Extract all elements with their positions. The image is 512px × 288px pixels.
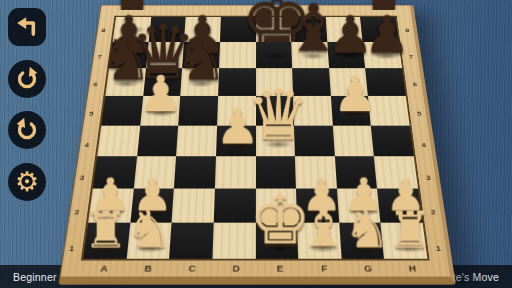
- pieces-layer: ♜♜♟♟♚♝♟♟♞♛♞♟♟♟♛♟♟♟♟♟♜♞♚♝♞♜: [83, 17, 427, 259]
- rank-label-7-right: 7: [408, 53, 413, 59]
- rank-label-8-right: 8: [405, 27, 410, 33]
- rank-label-7-left: 7: [97, 53, 102, 59]
- gear-icon: ⚙: [15, 168, 39, 195]
- bishop-glyph: ♝: [299, 200, 349, 256]
- rank-label-6-right: 6: [412, 81, 417, 88]
- rank-label-4-left: 4: [84, 141, 90, 148]
- file-label-E: E: [277, 264, 284, 274]
- pawn-glyph: ♟: [364, 9, 410, 61]
- rank-label-5-right: 5: [416, 110, 421, 117]
- board-frame: ♜♜♟♟♚♝♟♟♞♛♞♟♟♟♛♟♟♟♟♟♜♞♚♝♞♜ ABCDEFGH88776…: [58, 5, 456, 285]
- rank-label-1-left: 1: [69, 244, 75, 253]
- file-label-D: D: [232, 264, 239, 274]
- rank-label-3-left: 3: [79, 173, 85, 181]
- rank-label-3-right: 3: [425, 173, 431, 181]
- file-label-H: H: [408, 264, 416, 274]
- file-label-C: C: [188, 264, 196, 274]
- file-label-A: A: [100, 264, 108, 274]
- rank-label-4-right: 4: [421, 141, 427, 148]
- rotate-icon: [12, 64, 42, 94]
- chess-board: ♜♜♟♟♚♝♟♟♞♛♞♟♟♟♛♟♟♟♟♟♜♞♚♝♞♜ ABCDEFGH88776…: [82, 0, 432, 288]
- back-exit-button[interactable]: [8, 8, 46, 46]
- rank-label-6-left: 6: [93, 81, 98, 88]
- file-label-F: F: [321, 264, 328, 274]
- pawn-glyph: ♟: [333, 69, 377, 119]
- app-screen: { "game": "chess", "app": {"view": "ches…: [0, 0, 512, 288]
- rank-label-2-left: 2: [74, 208, 80, 216]
- rook-glyph: ♜: [388, 205, 433, 255]
- rank-label-8-left: 8: [101, 27, 106, 33]
- undo-move-button[interactable]: [8, 111, 46, 149]
- undo-icon: [12, 115, 42, 145]
- settings-button[interactable]: ⚙: [8, 163, 46, 201]
- back-arrow-icon: [12, 12, 42, 42]
- rank-label-5-left: 5: [89, 110, 94, 117]
- file-label-G: G: [364, 264, 373, 274]
- rotate-board-button[interactable]: [8, 60, 46, 98]
- pawn-glyph: ♟: [138, 69, 182, 119]
- knight-glyph: ♞: [126, 203, 173, 255]
- knight-glyph: ♞: [344, 203, 391, 255]
- rook-glyph: ♜: [83, 205, 128, 255]
- sidebar: ⚙: [0, 0, 56, 240]
- rank-label-1-right: 1: [435, 244, 441, 253]
- queen-glyph: ♛: [246, 80, 309, 150]
- difficulty-label: Beginner: [13, 271, 57, 283]
- file-label-B: B: [144, 264, 152, 274]
